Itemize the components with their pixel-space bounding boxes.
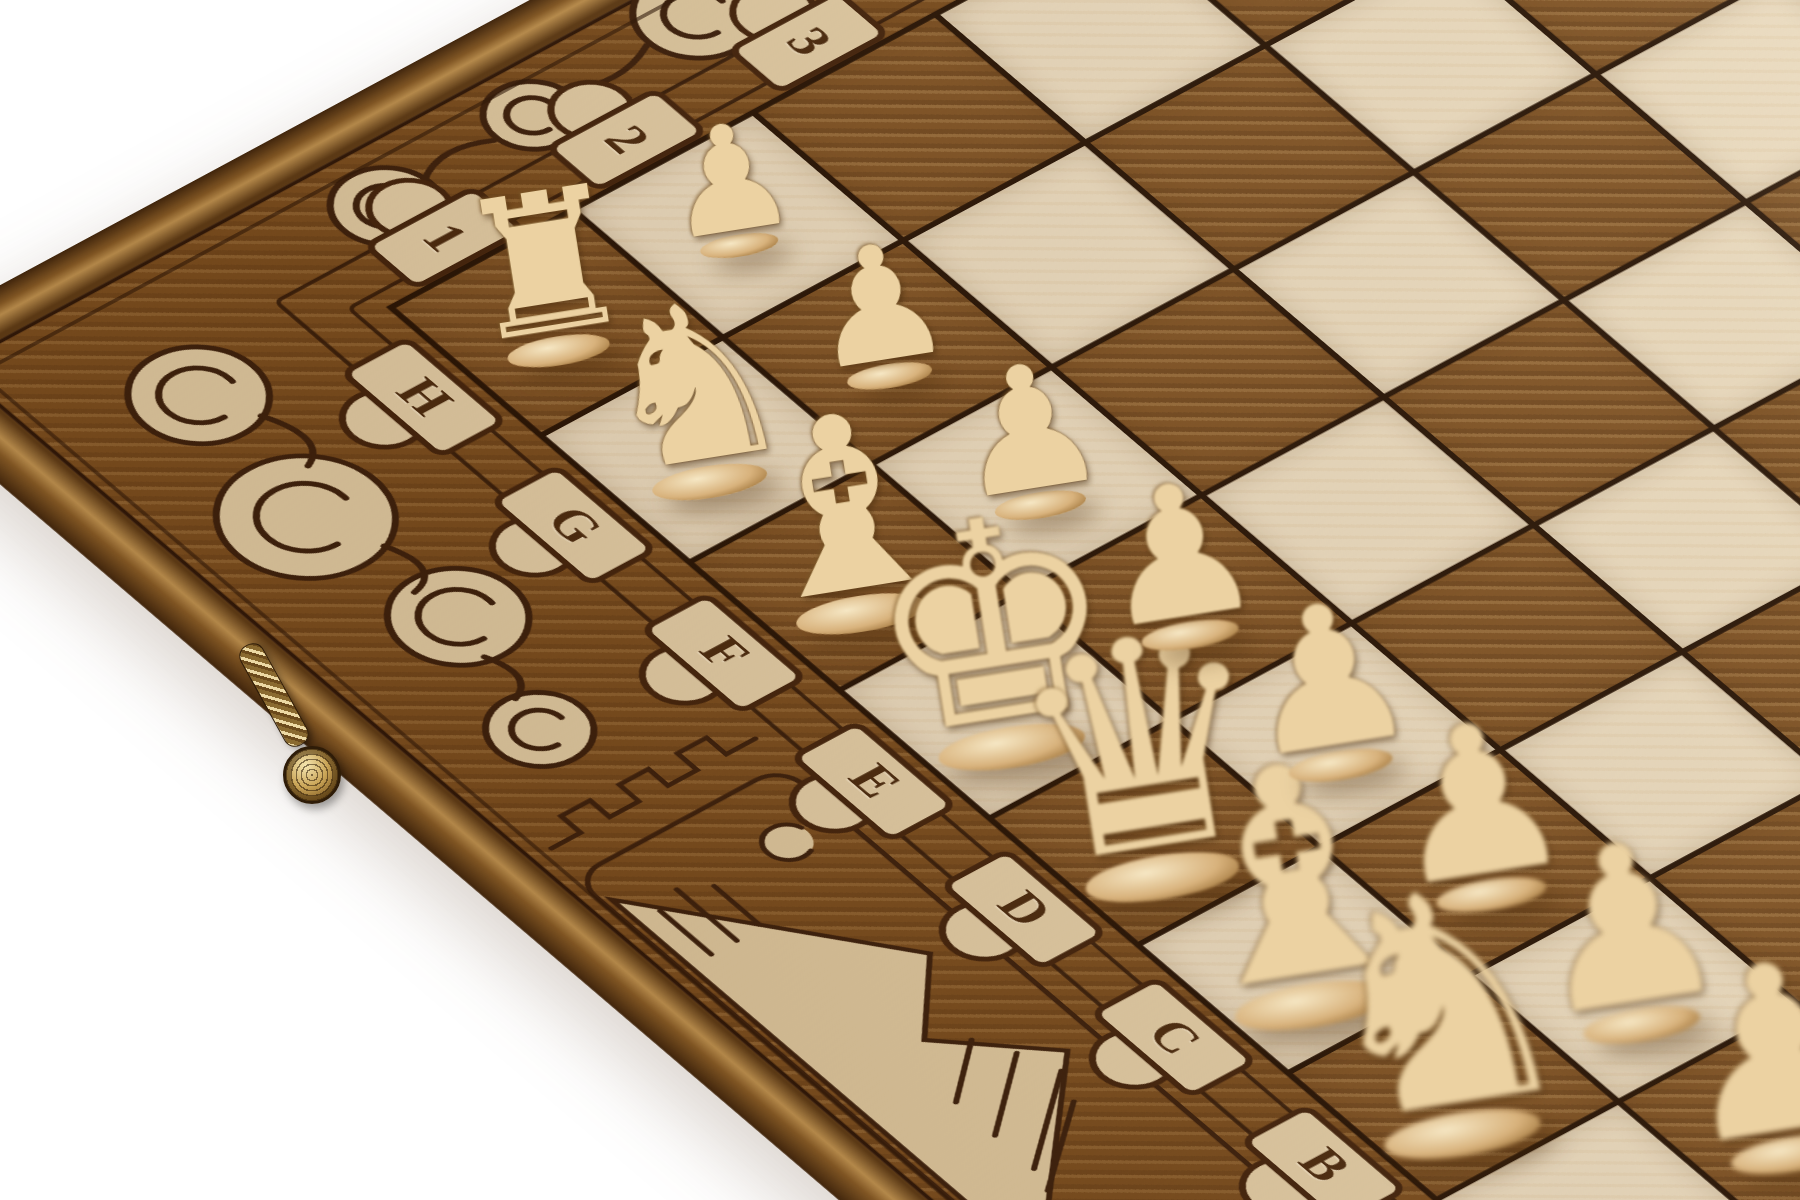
- piece-white-pawn-a2[interactable]: ♟: [1655, 920, 1800, 1181]
- brass-clasp: [225, 628, 375, 808]
- piece-white-pawn-h2[interactable]: ♟: [652, 97, 805, 263]
- white-pawn-icon: ♟: [652, 97, 805, 263]
- piece-white-pawn-g2[interactable]: ♟: [795, 215, 961, 394]
- pieces-layer: ♜♞♝♚♛♝♞♟♟♟♟♟♟♟♟: [0, 0, 1800, 1200]
- clasp-twisted-arm-icon: [235, 639, 313, 751]
- photo-of-chessboard: HGFEDCBA87654321 ♜♞♝♚♛♝♞♟♟♟♟♟♟♟♟: [0, 0, 1800, 1200]
- clasp-filigree-knob-icon: [283, 746, 341, 804]
- white-pawn-icon: ♟: [795, 215, 961, 394]
- white-pawn-icon: ♟: [1655, 920, 1800, 1181]
